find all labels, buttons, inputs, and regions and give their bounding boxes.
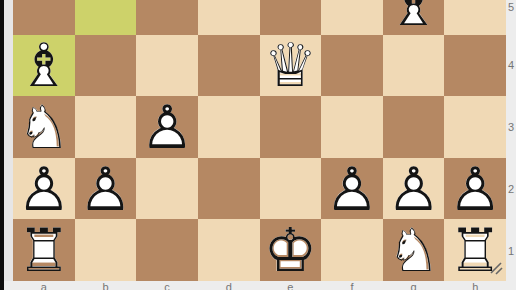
- white-queen-glyph-outline: ♕: [260, 35, 322, 97]
- white-pawn[interactable]: ♟♙: [136, 96, 198, 158]
- white-pawn[interactable]: ♟♙: [321, 158, 383, 220]
- square-b3[interactable]: [75, 96, 137, 158]
- file-label-a: a: [13, 282, 75, 290]
- square-c1[interactable]: [136, 219, 198, 281]
- file-label-e: e: [260, 282, 322, 290]
- left-gutter: [4, 0, 13, 290]
- white-knight-glyph-outline: ♘: [13, 96, 75, 158]
- white-rook-glyph-outline: ♖: [13, 219, 75, 281]
- window-edge: [0, 0, 4, 290]
- square-d2[interactable]: [198, 158, 260, 220]
- square-b2[interactable]: ♟♙: [75, 158, 137, 220]
- white-pawn-glyph-fill: ♟: [383, 158, 445, 220]
- white-knight[interactable]: ♞♘: [13, 96, 75, 158]
- white-knight-glyph-outline: ♘: [383, 219, 445, 281]
- square-g4[interactable]: [383, 35, 445, 97]
- white-pawn-glyph-outline: ♙: [136, 96, 198, 158]
- square-c5[interactable]: [136, 0, 198, 35]
- white-queen[interactable]: ♛♕: [260, 35, 322, 97]
- square-c2[interactable]: [136, 158, 198, 220]
- square-a2[interactable]: ♟♙: [13, 158, 75, 220]
- white-pawn-glyph-fill: ♟: [444, 158, 506, 220]
- square-b5[interactable]: [75, 0, 137, 35]
- white-pawn-glyph-fill: ♟: [75, 158, 137, 220]
- file-label-d: d: [198, 282, 260, 290]
- square-g1[interactable]: ♞♘: [383, 219, 445, 281]
- file-label-f: f: [321, 282, 383, 290]
- square-g5[interactable]: ♝♗: [383, 0, 445, 35]
- white-king-glyph-outline: ♔: [260, 219, 322, 281]
- white-bishop-glyph-outline: ♗: [13, 35, 75, 97]
- white-pawn-glyph-outline: ♙: [383, 158, 445, 220]
- rank-label-5: 5: [506, 1, 516, 13]
- white-pawn-glyph-fill: ♟: [13, 158, 75, 220]
- square-a3[interactable]: ♞♘: [13, 96, 75, 158]
- square-e3[interactable]: [260, 96, 322, 158]
- white-queen-glyph-fill: ♛: [260, 35, 322, 97]
- square-d5[interactable]: [198, 0, 260, 35]
- square-e2[interactable]: [260, 158, 322, 220]
- square-d1[interactable]: [198, 219, 260, 281]
- square-f1[interactable]: [321, 219, 383, 281]
- white-pawn-glyph-outline: ♙: [75, 158, 137, 220]
- white-king-glyph-fill: ♚: [260, 219, 322, 281]
- white-bishop-glyph-fill: ♝: [383, 0, 445, 35]
- white-knight-glyph-fill: ♞: [13, 96, 75, 158]
- white-pawn-glyph-fill: ♟: [321, 158, 383, 220]
- square-h5[interactable]: [444, 0, 506, 35]
- file-label-c: c: [136, 282, 198, 290]
- white-pawn-glyph-outline: ♙: [321, 158, 383, 220]
- file-coordinates: abcdefgh: [13, 282, 506, 290]
- square-a4[interactable]: ♝♗: [13, 35, 75, 97]
- board-resize-handle[interactable]: [488, 260, 505, 277]
- white-pawn[interactable]: ♟♙: [75, 158, 137, 220]
- square-f4[interactable]: [321, 35, 383, 97]
- board-viewport: ♝♗♝♗♛♕♞♘♟♙♟♙♟♙♟♙♟♙♟♙♜♖♚♔♞♘♜♖ 54321 abcde…: [0, 0, 516, 290]
- white-bishop-glyph-outline: ♗: [383, 0, 445, 35]
- rank-label-2: 2: [506, 183, 516, 195]
- square-d3[interactable]: [198, 96, 260, 158]
- square-e4[interactable]: ♛♕: [260, 35, 322, 97]
- white-knight[interactable]: ♞♘: [383, 219, 445, 281]
- square-e1[interactable]: ♚♔: [260, 219, 322, 281]
- white-bishop[interactable]: ♝♗: [13, 35, 75, 97]
- square-e5[interactable]: [260, 0, 322, 35]
- square-f3[interactable]: [321, 96, 383, 158]
- file-label-b: b: [75, 282, 137, 290]
- square-b1[interactable]: [75, 219, 137, 281]
- rank-label-4: 4: [506, 59, 516, 71]
- white-king[interactable]: ♚♔: [260, 219, 322, 281]
- square-d4[interactable]: [198, 35, 260, 97]
- square-h3[interactable]: [444, 96, 506, 158]
- white-pawn[interactable]: ♟♙: [444, 158, 506, 220]
- chess-board[interactable]: ♝♗♝♗♛♕♞♘♟♙♟♙♟♙♟♙♟♙♟♙♜♖♚♔♞♘♜♖: [13, 0, 506, 281]
- square-h2[interactable]: ♟♙: [444, 158, 506, 220]
- file-label-g: g: [383, 282, 445, 290]
- square-c4[interactable]: [136, 35, 198, 97]
- white-pawn[interactable]: ♟♙: [383, 158, 445, 220]
- square-b4[interactable]: [75, 35, 137, 97]
- white-pawn-glyph-outline: ♙: [444, 158, 506, 220]
- white-knight-glyph-fill: ♞: [383, 219, 445, 281]
- white-pawn[interactable]: ♟♙: [13, 158, 75, 220]
- white-bishop[interactable]: ♝♗: [383, 0, 445, 35]
- white-rook[interactable]: ♜♖: [13, 219, 75, 281]
- rank-label-1: 1: [506, 245, 516, 257]
- white-pawn-glyph-outline: ♙: [13, 158, 75, 220]
- square-f5[interactable]: [321, 0, 383, 35]
- square-a1[interactable]: ♜♖: [13, 219, 75, 281]
- white-bishop-glyph-fill: ♝: [13, 35, 75, 97]
- rank-coordinates-gutter: 54321: [506, 0, 516, 290]
- rank-label-3: 3: [506, 121, 516, 133]
- square-g3[interactable]: [383, 96, 445, 158]
- white-pawn-glyph-fill: ♟: [136, 96, 198, 158]
- file-label-h: h: [444, 282, 506, 290]
- square-f2[interactable]: ♟♙: [321, 158, 383, 220]
- square-a5[interactable]: [13, 0, 75, 35]
- square-c3[interactable]: ♟♙: [136, 96, 198, 158]
- square-h4[interactable]: [444, 35, 506, 97]
- square-g2[interactable]: ♟♙: [383, 158, 445, 220]
- resize-grip-icon: [488, 260, 505, 277]
- white-rook-glyph-fill: ♜: [13, 219, 75, 281]
